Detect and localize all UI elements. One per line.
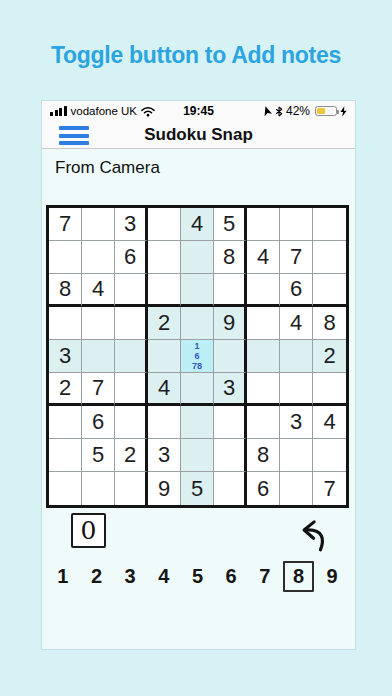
clock: 19:45 xyxy=(183,104,214,118)
sudoku-cell[interactable]: 7 xyxy=(49,208,82,241)
sudoku-cell[interactable]: 5 xyxy=(181,472,214,505)
sudoku-cell[interactable]: 5 xyxy=(214,208,247,241)
sudoku-cell[interactable] xyxy=(148,241,181,274)
number-button-8[interactable]: 8 xyxy=(282,559,316,593)
sudoku-cell[interactable] xyxy=(115,406,148,439)
page-title: Toggle button to Add notes xyxy=(0,42,392,69)
sudoku-cell[interactable]: 7 xyxy=(280,241,313,274)
sudoku-cell[interactable] xyxy=(214,406,247,439)
sudoku-cell[interactable] xyxy=(148,208,181,241)
sudoku-cell[interactable]: 2 xyxy=(115,439,148,472)
pencil-notes: 1678 xyxy=(192,341,202,371)
sudoku-cell[interactable] xyxy=(313,274,346,307)
number-button-2[interactable]: 2 xyxy=(80,559,114,593)
charging-bolt-icon xyxy=(340,106,347,117)
sudoku-cell[interactable]: 7 xyxy=(82,373,115,406)
sudoku-cell[interactable] xyxy=(49,241,82,274)
number-button-1[interactable]: 1 xyxy=(46,559,80,593)
sudoku-cell[interactable]: 8 xyxy=(247,439,280,472)
sudoku-cell[interactable] xyxy=(313,373,346,406)
sudoku-cell[interactable]: 6 xyxy=(82,406,115,439)
location-icon xyxy=(262,106,272,116)
source-label: From Camera xyxy=(55,158,355,178)
sudoku-cell[interactable]: 4 xyxy=(181,208,214,241)
sudoku-cell[interactable]: 6 xyxy=(280,274,313,307)
nav-bar: Sudoku Snap xyxy=(42,121,355,149)
undo-button[interactable] xyxy=(293,515,331,553)
wifi-icon xyxy=(141,106,155,117)
app-screenshot-panel: vodafone UK 19:45 42% xyxy=(41,100,356,650)
sudoku-cell[interactable]: 4 xyxy=(313,406,346,439)
sudoku-cell[interactable]: 9 xyxy=(214,307,247,340)
sudoku-cell[interactable]: 4 xyxy=(82,274,115,307)
sudoku-cell[interactable] xyxy=(181,439,214,472)
sudoku-cell[interactable] xyxy=(247,406,280,439)
carrier-label: vodafone UK xyxy=(71,105,138,117)
sudoku-cell[interactable]: 3 xyxy=(148,439,181,472)
sudoku-cell[interactable] xyxy=(148,340,181,373)
sudoku-cell[interactable] xyxy=(49,472,82,505)
number-button-9[interactable]: 9 xyxy=(315,559,349,593)
sudoku-cell[interactable] xyxy=(280,472,313,505)
sudoku-cell[interactable] xyxy=(280,373,313,406)
sudoku-cell[interactable] xyxy=(181,373,214,406)
sudoku-cell[interactable]: 4 xyxy=(148,373,181,406)
sudoku-cell[interactable]: 3 xyxy=(280,406,313,439)
sudoku-cell[interactable] xyxy=(247,274,280,307)
number-button-4[interactable]: 4 xyxy=(147,559,181,593)
number-button-3[interactable]: 3 xyxy=(113,559,147,593)
menu-hamburger-icon[interactable] xyxy=(59,126,89,145)
sudoku-cell[interactable] xyxy=(181,241,214,274)
number-button-6[interactable]: 6 xyxy=(214,559,248,593)
sudoku-cell[interactable] xyxy=(148,274,181,307)
sudoku-cell[interactable]: 6 xyxy=(115,241,148,274)
sudoku-cell[interactable] xyxy=(313,208,346,241)
sudoku-board: 734568478462948316782274363452389567 xyxy=(46,205,349,508)
sudoku-cell[interactable] xyxy=(214,340,247,373)
sudoku-cell[interactable]: 6 xyxy=(247,472,280,505)
sudoku-cell[interactable] xyxy=(181,406,214,439)
sudoku-cell[interactable] xyxy=(280,208,313,241)
sudoku-cell[interactable] xyxy=(181,274,214,307)
number-button-5[interactable]: 5 xyxy=(181,559,215,593)
sudoku-cell[interactable] xyxy=(115,307,148,340)
sudoku-cell[interactable] xyxy=(214,439,247,472)
bluetooth-icon xyxy=(275,106,283,117)
battery-percent-label: 42% xyxy=(286,104,310,118)
sudoku-cell[interactable]: 2 xyxy=(148,307,181,340)
sudoku-cell[interactable] xyxy=(148,406,181,439)
sudoku-cell[interactable]: 8 xyxy=(313,307,346,340)
battery-icon xyxy=(315,106,337,117)
sudoku-cell[interactable] xyxy=(49,307,82,340)
sudoku-cell[interactable]: 3 xyxy=(115,208,148,241)
sudoku-cell[interactable]: 7 xyxy=(313,472,346,505)
sudoku-cell[interactable] xyxy=(82,307,115,340)
signal-bars-icon xyxy=(50,106,67,116)
sudoku-cell[interactable] xyxy=(280,439,313,472)
sudoku-cell[interactable]: 1678 xyxy=(181,340,214,373)
sudoku-cell[interactable] xyxy=(49,406,82,439)
number-button-7[interactable]: 7 xyxy=(248,559,282,593)
sudoku-cell[interactable] xyxy=(214,472,247,505)
sudoku-cell[interactable]: 9 xyxy=(148,472,181,505)
status-bar: vodafone UK 19:45 42% xyxy=(42,101,355,121)
sudoku-cell[interactable]: 3 xyxy=(214,373,247,406)
sudoku-cell[interactable] xyxy=(82,208,115,241)
sudoku-cell[interactable] xyxy=(280,340,313,373)
number-pad: 123456789 xyxy=(46,559,349,593)
sudoku-cell[interactable] xyxy=(82,241,115,274)
sudoku-cell[interactable] xyxy=(115,274,148,307)
sudoku-cell[interactable]: 4 xyxy=(280,307,313,340)
sudoku-cell[interactable] xyxy=(82,340,115,373)
sudoku-cell[interactable]: 2 xyxy=(313,340,346,373)
sudoku-cell[interactable] xyxy=(313,241,346,274)
zero-counter-button[interactable]: 0 xyxy=(71,513,106,548)
sudoku-cell[interactable] xyxy=(214,274,247,307)
sudoku-cell[interactable] xyxy=(247,373,280,406)
sudoku-cell[interactable] xyxy=(247,340,280,373)
sudoku-cell[interactable]: 3 xyxy=(49,340,82,373)
sudoku-cell[interactable] xyxy=(115,340,148,373)
sudoku-cell[interactable]: 4 xyxy=(247,241,280,274)
sudoku-cell[interactable]: 5 xyxy=(82,439,115,472)
sudoku-cell[interactable] xyxy=(181,307,214,340)
sudoku-cell[interactable] xyxy=(115,373,148,406)
sudoku-cell[interactable] xyxy=(49,439,82,472)
sudoku-cell[interactable]: 8 xyxy=(214,241,247,274)
sudoku-cell[interactable] xyxy=(247,208,280,241)
undo-arrow-icon xyxy=(293,515,331,553)
sudoku-cell[interactable] xyxy=(82,472,115,505)
sudoku-cell[interactable] xyxy=(115,472,148,505)
sudoku-cell[interactable]: 8 xyxy=(49,274,82,307)
sudoku-cell[interactable] xyxy=(247,307,280,340)
sudoku-cell[interactable] xyxy=(313,439,346,472)
sudoku-cell[interactable]: 2 xyxy=(49,373,82,406)
